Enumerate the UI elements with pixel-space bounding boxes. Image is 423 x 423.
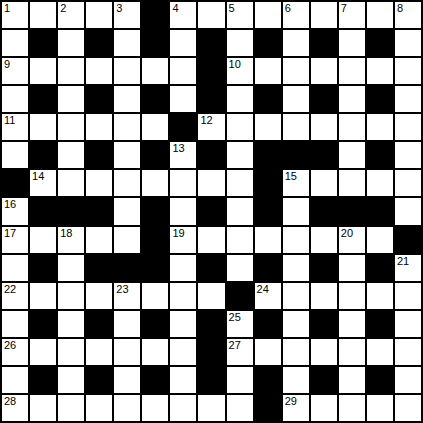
black-cell-r7-c9 [255, 198, 281, 224]
black-cell-r5-c11 [311, 142, 337, 168]
black-cell-r3-c3 [86, 86, 112, 112]
cell-r0-c2[interactable]: 2 [58, 2, 84, 28]
cell-r14-c10[interactable]: 29 [283, 395, 309, 421]
clue-number-12: 12 [200, 114, 212, 127]
cell-r6-c1[interactable]: 14 [30, 170, 56, 196]
cell-r4-c2[interactable] [58, 114, 84, 140]
cell-r6-c10[interactable]: 15 [283, 170, 309, 196]
cell-r2-c4[interactable] [114, 58, 140, 84]
black-cell-r4-c6 [170, 114, 196, 140]
black-cell-r3-c13 [367, 86, 393, 112]
cell-r10-c0[interactable]: 22 [2, 283, 28, 309]
cell-r10-c6[interactable] [170, 283, 196, 309]
clue-number-14: 14 [32, 170, 44, 183]
cell-r11-c8[interactable]: 25 [227, 311, 253, 337]
cell-r4-c7[interactable]: 12 [198, 114, 224, 140]
black-cell-r13-c9 [255, 367, 281, 393]
cell-r12-c3[interactable] [86, 339, 112, 365]
black-cell-r12-c7 [198, 339, 224, 365]
cell-r2-c2[interactable] [58, 58, 84, 84]
cell-r6-c5[interactable] [142, 170, 168, 196]
cell-r2-c1[interactable] [30, 58, 56, 84]
cell-r12-c5[interactable] [142, 339, 168, 365]
black-cell-r2-c7 [198, 58, 224, 84]
black-cell-r1-c13 [367, 30, 393, 56]
clue-number-15: 15 [285, 170, 297, 183]
cell-r4-c5[interactable] [142, 114, 168, 140]
cell-r3-c4[interactable] [114, 86, 140, 112]
cell-r10-c12[interactable] [339, 283, 365, 309]
black-cell-r7-c1 [30, 198, 56, 224]
cell-r12-c8[interactable]: 27 [227, 339, 253, 365]
cell-r3-c2[interactable] [58, 86, 84, 112]
cell-r7-c0[interactable]: 16 [2, 198, 28, 224]
black-cell-r8-c14 [395, 227, 421, 253]
black-cell-r3-c9 [255, 86, 281, 112]
cell-r12-c6[interactable] [170, 339, 196, 365]
cell-r12-c10[interactable] [283, 339, 309, 365]
cell-r8-c12[interactable]: 20 [339, 227, 365, 253]
cell-r9-c14[interactable]: 21 [395, 255, 421, 281]
cell-r13-c2[interactable] [58, 367, 84, 393]
cell-r5-c2[interactable] [58, 142, 84, 168]
cell-r4-c13[interactable] [367, 114, 393, 140]
black-cell-r1-c9 [255, 30, 281, 56]
black-cell-r5-c5 [142, 142, 168, 168]
cell-r13-c4[interactable] [114, 367, 140, 393]
cell-r6-c13[interactable] [367, 170, 393, 196]
cell-r7-c14[interactable] [395, 198, 421, 224]
black-cell-r9-c3 [86, 255, 112, 281]
cell-r13-c0[interactable] [2, 367, 28, 393]
black-cell-r5-c1 [30, 142, 56, 168]
clue-number-19: 19 [172, 227, 184, 240]
cell-r4-c8[interactable] [227, 114, 253, 140]
black-cell-r9-c9 [255, 255, 281, 281]
cell-r10-c2[interactable] [58, 283, 84, 309]
cell-r5-c4[interactable] [114, 142, 140, 168]
black-cell-r11-c1 [30, 311, 56, 337]
cell-r7-c6[interactable] [170, 198, 196, 224]
cell-r12-c9[interactable] [255, 339, 281, 365]
cell-r10-c9[interactable]: 24 [255, 283, 281, 309]
clue-number-27: 27 [229, 339, 241, 352]
black-cell-r5-c9 [255, 142, 281, 168]
cell-r12-c11[interactable] [311, 339, 337, 365]
cell-r5-c0[interactable] [2, 142, 28, 168]
cell-r12-c14[interactable] [395, 339, 421, 365]
clue-number-11: 11 [4, 114, 15, 127]
cell-r14-c6[interactable] [170, 395, 196, 421]
black-cell-r13-c5 [142, 367, 168, 393]
cell-r11-c12[interactable] [339, 311, 365, 337]
cell-r9-c0[interactable] [2, 255, 28, 281]
clue-number-18: 18 [60, 227, 72, 240]
cell-r3-c0[interactable] [2, 86, 28, 112]
cell-r10-c11[interactable] [311, 283, 337, 309]
cell-r10-c10[interactable] [283, 283, 309, 309]
cell-r6-c8[interactable] [227, 170, 253, 196]
black-cell-r11-c5 [142, 311, 168, 337]
cell-r6-c2[interactable] [58, 170, 84, 196]
clue-number-9: 9 [4, 58, 10, 71]
clue-number-4: 4 [172, 2, 178, 15]
black-cell-r7-c3 [86, 198, 112, 224]
cell-r1-c10[interactable] [283, 30, 309, 56]
black-cell-r1-c1 [30, 30, 56, 56]
black-cell-r11-c3 [86, 311, 112, 337]
black-cell-r3-c5 [142, 86, 168, 112]
black-cell-r10-c8 [227, 283, 253, 309]
cell-r8-c7[interactable] [198, 227, 224, 253]
cell-r0-c10[interactable]: 6 [283, 2, 309, 28]
cell-r14-c7[interactable] [198, 395, 224, 421]
cell-r14-c2[interactable] [58, 395, 84, 421]
cell-r2-c6[interactable] [170, 58, 196, 84]
crossword-grid: 1234567891011121314151617181920212223242… [0, 0, 423, 423]
cell-r2-c8[interactable]: 10 [227, 58, 253, 84]
cell-r14-c12[interactable] [339, 395, 365, 421]
cell-r0-c6[interactable]: 4 [170, 2, 196, 28]
black-cell-r5-c3 [86, 142, 112, 168]
cell-r13-c6[interactable] [170, 367, 196, 393]
clue-number-3: 3 [116, 2, 122, 15]
cell-r4-c4[interactable] [114, 114, 140, 140]
cell-r4-c12[interactable] [339, 114, 365, 140]
cell-r12-c4[interactable] [114, 339, 140, 365]
cell-r0-c3[interactable] [86, 2, 112, 28]
cell-r4-c10[interactable] [283, 114, 309, 140]
black-cell-r7-c13 [367, 198, 393, 224]
cell-r14-c8[interactable] [227, 395, 253, 421]
black-cell-r7-c12 [339, 198, 365, 224]
cell-r2-c14[interactable] [395, 58, 421, 84]
cell-r2-c0[interactable]: 9 [2, 58, 28, 84]
cell-r2-c13[interactable] [367, 58, 393, 84]
cell-r8-c11[interactable] [311, 227, 337, 253]
cell-r5-c6[interactable]: 13 [170, 142, 196, 168]
cell-r2-c11[interactable] [311, 58, 337, 84]
black-cell-r5-c7 [198, 142, 224, 168]
black-cell-r6-c0 [2, 170, 28, 196]
cell-r6-c11[interactable] [311, 170, 337, 196]
cell-r4-c9[interactable] [255, 114, 281, 140]
cell-r14-c13[interactable] [367, 395, 393, 421]
cell-r0-c8[interactable]: 5 [227, 2, 253, 28]
cell-r1-c0[interactable] [2, 30, 28, 56]
cell-r12-c1[interactable] [30, 339, 56, 365]
cell-r11-c10[interactable] [283, 311, 309, 337]
cell-r0-c0[interactable]: 1 [2, 2, 28, 28]
cell-r2-c10[interactable] [283, 58, 309, 84]
cell-r5-c8[interactable] [227, 142, 253, 168]
cell-r4-c0[interactable]: 11 [2, 114, 28, 140]
black-cell-r9-c1 [30, 255, 56, 281]
cell-r5-c12[interactable] [339, 142, 365, 168]
black-cell-r8-c5 [142, 227, 168, 253]
cell-r14-c4[interactable] [114, 395, 140, 421]
cell-r12-c0[interactable]: 26 [2, 339, 28, 365]
clue-number-7: 7 [341, 2, 347, 15]
cell-r3-c8[interactable] [227, 86, 253, 112]
cell-r14-c3[interactable] [86, 395, 112, 421]
cell-r8-c9[interactable] [255, 227, 281, 253]
cell-r0-c1[interactable] [30, 2, 56, 28]
cell-r2-c3[interactable] [86, 58, 112, 84]
black-cell-r9-c4 [114, 255, 140, 281]
cell-r4-c11[interactable] [311, 114, 337, 140]
cell-r0-c7[interactable] [198, 2, 224, 28]
cell-r11-c2[interactable] [58, 311, 84, 337]
cell-r8-c3[interactable] [86, 227, 112, 253]
black-cell-r5-c10 [283, 142, 309, 168]
cell-r13-c8[interactable] [227, 367, 253, 393]
black-cell-r14-c9 [255, 395, 281, 421]
cell-r6-c7[interactable] [198, 170, 224, 196]
clue-number-29: 29 [285, 395, 297, 408]
cell-r4-c1[interactable] [30, 114, 56, 140]
cell-r12-c2[interactable] [58, 339, 84, 365]
cell-r14-c14[interactable] [395, 395, 421, 421]
cell-r4-c3[interactable] [86, 114, 112, 140]
black-cell-r9-c11 [311, 255, 337, 281]
black-cell-r1-c7 [198, 30, 224, 56]
cell-r3-c14[interactable] [395, 86, 421, 112]
cell-r0-c12[interactable]: 7 [339, 2, 365, 28]
black-cell-r13-c11 [311, 367, 337, 393]
black-cell-r7-c2 [58, 198, 84, 224]
cell-r8-c10[interactable] [283, 227, 309, 253]
black-cell-r1-c5 [142, 30, 168, 56]
cell-r11-c0[interactable] [2, 311, 28, 337]
cell-r8-c0[interactable]: 17 [2, 227, 28, 253]
black-cell-r1-c3 [86, 30, 112, 56]
clue-number-25: 25 [229, 311, 241, 324]
clue-number-22: 22 [4, 283, 16, 296]
clue-number-16: 16 [4, 198, 16, 211]
cell-r8-c4[interactable] [114, 227, 140, 253]
black-cell-r7-c5 [142, 198, 168, 224]
clue-number-8: 8 [397, 2, 403, 15]
black-cell-r11-c7 [198, 311, 224, 337]
cell-r5-c14[interactable] [395, 142, 421, 168]
cell-r8-c2[interactable]: 18 [58, 227, 84, 253]
black-cell-r1-c11 [311, 30, 337, 56]
cell-r0-c14[interactable]: 8 [395, 2, 421, 28]
cell-r10-c4[interactable]: 23 [114, 283, 140, 309]
cell-r10-c1[interactable] [30, 283, 56, 309]
cell-r14-c5[interactable] [142, 395, 168, 421]
cell-r8-c1[interactable] [30, 227, 56, 253]
black-cell-r9-c5 [142, 255, 168, 281]
black-cell-r9-c7 [198, 255, 224, 281]
cell-r9-c6[interactable] [170, 255, 196, 281]
cell-r1-c12[interactable] [339, 30, 365, 56]
cell-r13-c10[interactable] [283, 367, 309, 393]
cell-r9-c8[interactable] [227, 255, 253, 281]
cell-r7-c4[interactable] [114, 198, 140, 224]
black-cell-r5-c13 [367, 142, 393, 168]
cell-r9-c10[interactable] [283, 255, 309, 281]
clue-number-28: 28 [4, 395, 16, 408]
black-cell-r13-c13 [367, 367, 393, 393]
cell-r10-c13[interactable] [367, 283, 393, 309]
black-cell-r0-c5 [142, 2, 168, 28]
cell-r1-c2[interactable] [58, 30, 84, 56]
black-cell-r9-c13 [367, 255, 393, 281]
cell-r10-c5[interactable] [142, 283, 168, 309]
clue-number-10: 10 [229, 58, 241, 71]
cell-r6-c6[interactable] [170, 170, 196, 196]
cell-r3-c10[interactable] [283, 86, 309, 112]
cell-r9-c12[interactable] [339, 255, 365, 281]
black-cell-r13-c7 [198, 367, 224, 393]
cell-r2-c9[interactable] [255, 58, 281, 84]
cell-r10-c14[interactable] [395, 283, 421, 309]
black-cell-r13-c1 [30, 367, 56, 393]
clue-number-2: 2 [60, 2, 66, 15]
cell-r6-c3[interactable] [86, 170, 112, 196]
cell-r1-c8[interactable] [227, 30, 253, 56]
black-cell-r3-c1 [30, 86, 56, 112]
cell-r13-c12[interactable] [339, 367, 365, 393]
clue-number-1: 1 [4, 2, 10, 15]
black-cell-r3-c7 [198, 86, 224, 112]
cell-r12-c12[interactable] [339, 339, 365, 365]
clue-number-6: 6 [285, 2, 291, 15]
black-cell-r11-c13 [367, 311, 393, 337]
cell-r9-c2[interactable] [58, 255, 84, 281]
clue-number-24: 24 [257, 283, 269, 296]
cell-r0-c9[interactable] [255, 2, 281, 28]
cell-r6-c14[interactable] [395, 170, 421, 196]
black-cell-r11-c9 [255, 311, 281, 337]
black-cell-r7-c11 [311, 198, 337, 224]
cell-r3-c12[interactable] [339, 86, 365, 112]
black-cell-r11-c11 [311, 311, 337, 337]
clue-number-5: 5 [229, 2, 235, 15]
cell-r6-c12[interactable] [339, 170, 365, 196]
cell-r7-c10[interactable] [283, 198, 309, 224]
cell-r4-c14[interactable] [395, 114, 421, 140]
clue-number-17: 17 [4, 227, 16, 240]
cell-r10-c7[interactable] [198, 283, 224, 309]
cell-r8-c8[interactable] [227, 227, 253, 253]
cell-r7-c8[interactable] [227, 198, 253, 224]
cell-r2-c5[interactable] [142, 58, 168, 84]
black-cell-r7-c7 [198, 198, 224, 224]
clue-number-23: 23 [116, 283, 128, 296]
cell-r8-c6[interactable]: 19 [170, 227, 196, 253]
cell-r14-c0[interactable]: 28 [2, 395, 28, 421]
cell-r1-c4[interactable] [114, 30, 140, 56]
cell-r10-c3[interactable] [86, 283, 112, 309]
cell-r0-c11[interactable] [311, 2, 337, 28]
cell-r11-c14[interactable] [395, 311, 421, 337]
cell-r0-c13[interactable] [367, 2, 393, 28]
cell-r6-c4[interactable] [114, 170, 140, 196]
cell-r3-c6[interactable] [170, 86, 196, 112]
black-cell-r3-c11 [311, 86, 337, 112]
cell-r14-c1[interactable] [30, 395, 56, 421]
cell-r11-c6[interactable] [170, 311, 196, 337]
cell-r8-c13[interactable] [367, 227, 393, 253]
black-cell-r6-c9 [255, 170, 281, 196]
cell-r1-c14[interactable] [395, 30, 421, 56]
black-cell-r13-c3 [86, 367, 112, 393]
cell-r0-c4[interactable]: 3 [114, 2, 140, 28]
clue-number-21: 21 [397, 255, 409, 268]
cell-r13-c14[interactable] [395, 367, 421, 393]
cell-r12-c13[interactable] [367, 339, 393, 365]
cell-r11-c4[interactable] [114, 311, 140, 337]
cell-r2-c12[interactable] [339, 58, 365, 84]
clue-number-13: 13 [172, 142, 184, 155]
clue-number-20: 20 [341, 227, 353, 240]
clue-number-26: 26 [4, 339, 16, 352]
cell-r14-c11[interactable] [311, 395, 337, 421]
cell-r1-c6[interactable] [170, 30, 196, 56]
